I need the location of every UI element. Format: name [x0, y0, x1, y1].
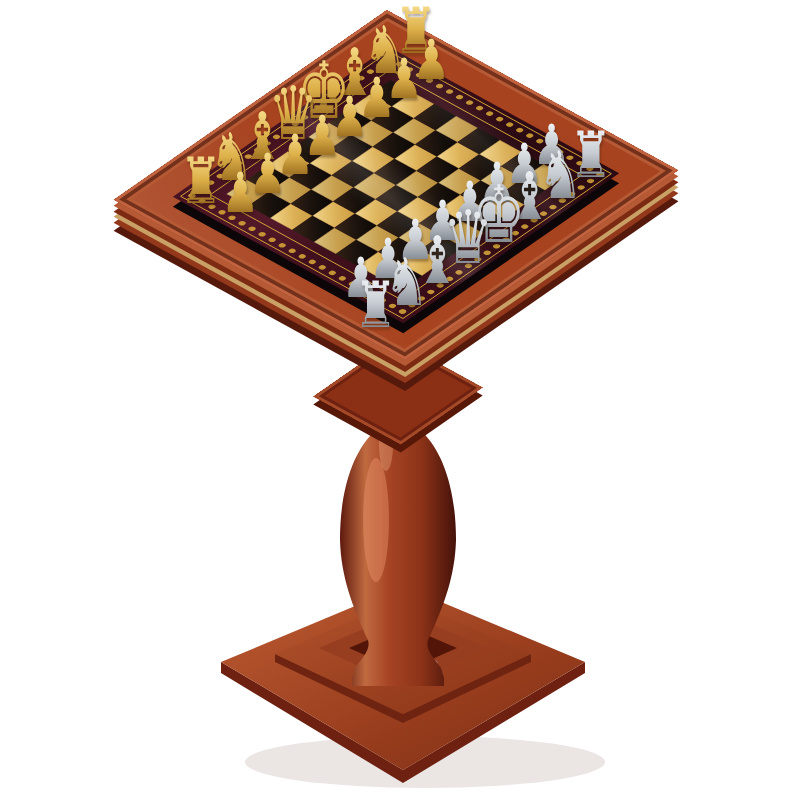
column-highlight: [363, 458, 389, 582]
piece-gold-pawn-a7[interactable]: ♟: [222, 166, 260, 221]
product-photo-scene: ♜♞♝♛♚♝♞♜♟♟♟♟♟♟♟♟♟♟♟♟♟♟♟♟♜♞♝♛♚♝♞♜: [0, 0, 800, 800]
piece-gold-rook-a8[interactable]: ♜: [179, 149, 222, 212]
piece-silver-rook-a1[interactable]: ♜: [354, 273, 397, 336]
